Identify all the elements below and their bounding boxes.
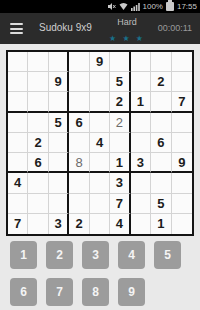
sudoku-cell-r8c9[interactable] xyxy=(172,194,192,214)
sudoku-cell-r3c1[interactable] xyxy=(8,92,28,112)
sudoku-cell-r9c5[interactable] xyxy=(90,214,110,234)
numpad-button-4[interactable]: 4 xyxy=(118,241,145,269)
sudoku-cell-r7c6[interactable]: 3 xyxy=(110,173,130,193)
sudoku-cell-r4c6[interactable]: 2 xyxy=(110,113,130,133)
sudoku-cell-r4c2[interactable] xyxy=(28,113,48,133)
numpad-button-9[interactable]: 9 xyxy=(118,278,145,306)
sudoku-cell-r1c1[interactable] xyxy=(8,52,28,72)
sudoku-cell-r6c6[interactable]: 1 xyxy=(110,153,130,173)
sudoku-cell-r1c6[interactable] xyxy=(110,52,130,72)
sudoku-cell-r9c6[interactable]: 4 xyxy=(110,214,130,234)
battery-percent: 100% xyxy=(143,0,163,13)
sudoku-cell-r8c3[interactable] xyxy=(49,194,69,214)
sudoku-cell-r1c3[interactable] xyxy=(49,52,69,72)
sudoku-cell-r9c4[interactable]: 2 xyxy=(69,214,89,234)
sudoku-cell-r3c6[interactable]: 2 xyxy=(110,92,130,112)
sudoku-cell-r4c8[interactable] xyxy=(151,113,171,133)
sudoku-cell-r6c4[interactable]: 8 xyxy=(69,153,89,173)
numpad-button-6[interactable]: 6 xyxy=(10,278,37,306)
sudoku-cell-r5c7[interactable] xyxy=(131,133,151,153)
sudoku-cell-r6c3[interactable] xyxy=(49,153,69,173)
numpad-button-7[interactable]: 7 xyxy=(46,278,73,306)
sudoku-cell-r7c5[interactable] xyxy=(90,173,110,193)
sudoku-cell-r6c5[interactable] xyxy=(90,153,110,173)
sudoku-cell-r2c2[interactable] xyxy=(28,72,48,92)
sudoku-cell-r1c9[interactable] xyxy=(172,52,192,72)
sudoku-cell-r2c9[interactable] xyxy=(172,72,192,92)
numpad-button-2[interactable]: 2 xyxy=(46,241,73,269)
sudoku-cell-r9c3[interactable]: 3 xyxy=(49,214,69,234)
numpad-row: 6789 xyxy=(10,278,194,306)
game-timer: 00:00:11 xyxy=(158,23,192,33)
sudoku-cell-r9c2[interactable] xyxy=(28,214,48,234)
sudoku-cell-r5c9[interactable] xyxy=(172,133,192,153)
app-bar: Sudoku 9x9 Hard ★ ★ ★ 00:00:11 xyxy=(0,13,200,44)
battery-icon xyxy=(166,2,174,11)
sudoku-cell-r7c1[interactable]: 4 xyxy=(8,173,28,193)
sudoku-cell-r1c7[interactable] xyxy=(131,52,151,72)
sudoku-cell-r7c9[interactable] xyxy=(172,173,192,193)
sudoku-cell-r5c1[interactable] xyxy=(8,133,28,153)
sudoku-cell-r4c1[interactable] xyxy=(8,113,28,133)
sudoku-cell-r2c3[interactable]: 9 xyxy=(49,72,69,92)
sudoku-cell-r5c2[interactable]: 2 xyxy=(28,133,48,153)
status-clock: 17:55 xyxy=(177,0,197,13)
sudoku-cell-r2c5[interactable] xyxy=(90,72,110,92)
sudoku-cell-r2c4[interactable] xyxy=(69,72,89,92)
sudoku-cell-r7c2[interactable] xyxy=(28,173,48,193)
sudoku-cell-r7c8[interactable] xyxy=(151,173,171,193)
sudoku-cell-r8c5[interactable] xyxy=(90,194,110,214)
sudoku-cell-r9c9[interactable] xyxy=(172,214,192,234)
sudoku-cell-r3c7[interactable]: 1 xyxy=(131,92,151,112)
numpad-button-5[interactable]: 5 xyxy=(154,241,181,269)
sudoku-cell-r7c7[interactable] xyxy=(131,173,151,193)
sudoku-cell-r1c4[interactable] xyxy=(69,52,89,72)
sudoku-cell-r4c7[interactable] xyxy=(131,113,151,133)
sudoku-cell-r8c1[interactable] xyxy=(8,194,28,214)
sudoku-cell-r6c8[interactable] xyxy=(151,153,171,173)
number-pad: 123456789 xyxy=(10,241,194,310)
sudoku-cell-r2c8[interactable]: 2 xyxy=(151,72,171,92)
sudoku-cell-r3c4[interactable] xyxy=(69,92,89,112)
sudoku-cell-r2c1[interactable] xyxy=(8,72,28,92)
signal-icon xyxy=(131,2,140,11)
sudoku-cell-r9c8[interactable]: 1 xyxy=(151,214,171,234)
sudoku-cell-r4c5[interactable] xyxy=(90,113,110,133)
numpad-button-1[interactable]: 1 xyxy=(10,241,37,269)
app-title: Sudoku 9x9 xyxy=(39,22,92,33)
difficulty-indicator[interactable]: Hard ★ ★ ★ xyxy=(109,17,145,45)
difficulty-stars-icon: ★ ★ ★ xyxy=(109,34,145,43)
numpad-button-8[interactable]: 8 xyxy=(82,278,109,306)
sudoku-cell-r6c2[interactable]: 6 xyxy=(28,153,48,173)
sudoku-cell-r9c7[interactable] xyxy=(131,214,151,234)
sudoku-cell-r2c6[interactable]: 5 xyxy=(110,72,130,92)
sudoku-cell-r3c9[interactable]: 7 xyxy=(172,92,192,112)
numpad-button-3[interactable]: 3 xyxy=(82,241,109,269)
sudoku-cell-r4c3[interactable]: 5 xyxy=(49,113,69,133)
sudoku-cell-r8c2[interactable] xyxy=(28,194,48,214)
sudoku-cell-r8c6[interactable]: 7 xyxy=(110,194,130,214)
sudoku-cell-r6c7[interactable]: 3 xyxy=(131,153,151,173)
sudoku-board: 995221756224668139437573241 xyxy=(6,50,194,236)
sudoku-cell-r8c4[interactable] xyxy=(69,194,89,214)
sudoku-cell-r8c8[interactable]: 5 xyxy=(151,194,171,214)
sudoku-cell-r4c9[interactable] xyxy=(172,113,192,133)
wifi-icon xyxy=(119,2,128,11)
sudoku-app-screen: 100% 17:55 Sudoku 9x9 Hard ★ ★ ★ 00:00:1… xyxy=(0,0,200,310)
sudoku-cell-r9c1[interactable]: 7 xyxy=(8,214,28,234)
sudoku-cell-r3c2[interactable] xyxy=(28,92,48,112)
sudoku-cell-r2c7[interactable] xyxy=(131,72,151,92)
sudoku-cell-r5c4[interactable] xyxy=(69,133,89,153)
sudoku-cell-r8c7[interactable] xyxy=(131,194,151,214)
sudoku-cell-r1c8[interactable] xyxy=(151,52,171,72)
sudoku-cell-r3c8[interactable] xyxy=(151,92,171,112)
sudoku-cell-r5c3[interactable] xyxy=(49,133,69,153)
menu-hamburger-icon[interactable] xyxy=(10,23,23,34)
sudoku-cell-r5c8[interactable]: 6 xyxy=(151,133,171,153)
sudoku-cell-r1c2[interactable] xyxy=(28,52,48,72)
sudoku-cell-r3c5[interactable] xyxy=(90,92,110,112)
sudoku-cell-r6c1[interactable] xyxy=(8,153,28,173)
mute-icon xyxy=(107,2,116,11)
sudoku-cell-r7c4[interactable] xyxy=(69,173,89,193)
sudoku-cell-r3c3[interactable] xyxy=(49,92,69,112)
sudoku-cell-r7c3[interactable] xyxy=(49,173,69,193)
numpad-row: 12345 xyxy=(10,241,194,269)
sudoku-cell-r5c5[interactable]: 4 xyxy=(90,133,110,153)
sudoku-cell-r5c6[interactable] xyxy=(110,133,130,153)
status-bar: 100% 17:55 xyxy=(0,0,200,13)
difficulty-label: Hard xyxy=(109,17,145,27)
sudoku-cell-r1c5[interactable]: 9 xyxy=(90,52,110,72)
sudoku-cell-r4c4[interactable]: 6 xyxy=(69,113,89,133)
sudoku-cell-r6c9[interactable]: 9 xyxy=(172,153,192,173)
